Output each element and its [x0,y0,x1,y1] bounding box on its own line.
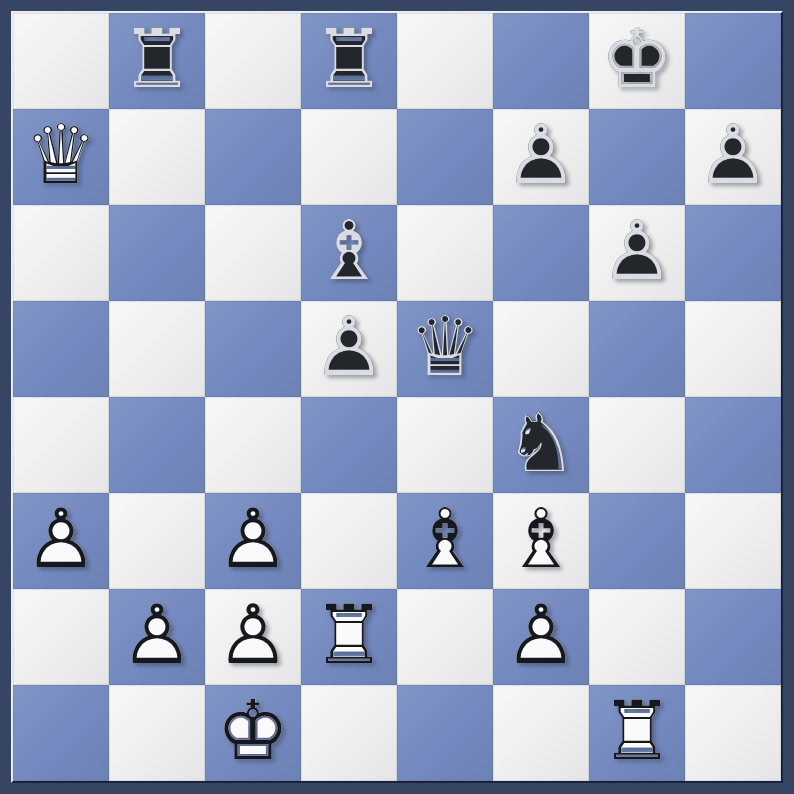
square-e4[interactable] [397,397,493,493]
rook-outline-icon: ♖ [301,587,397,683]
white-pawn-a3[interactable]: ♟♙ [13,493,109,589]
chess-board: ♜♖♜♖♚♔♛♕♟♙♟♙♝♗♟♙♟♙♛♕♞♘♟♙♟♙♝♗♝♗♟♙♟♙♜♖♟♙♚♔… [11,11,783,783]
square-b7[interactable] [109,109,205,205]
pawn-outline-icon: ♙ [685,107,781,203]
square-c6[interactable] [205,205,301,301]
square-g1[interactable]: ♜♖ [589,685,685,781]
square-b8[interactable]: ♜♖ [109,13,205,109]
square-d8[interactable]: ♜♖ [301,13,397,109]
square-c5[interactable] [205,301,301,397]
square-d1[interactable] [301,685,397,781]
square-c7[interactable] [205,109,301,205]
rook-outline-icon: ♖ [109,11,205,107]
black-queen-e5[interactable]: ♛♕ [397,301,493,397]
white-pawn-b2[interactable]: ♟♙ [109,589,205,685]
square-c2[interactable]: ♟♙ [205,589,301,685]
white-rook-g1[interactable]: ♜♖ [589,685,685,781]
bishop-outline-icon: ♗ [301,203,397,299]
square-f2[interactable]: ♟♙ [493,589,589,685]
pawn-outline-icon: ♙ [205,587,301,683]
black-pawn-f7[interactable]: ♟♙ [493,109,589,205]
square-h7[interactable]: ♟♙ [685,109,781,205]
square-c3[interactable]: ♟♙ [205,493,301,589]
square-c8[interactable] [205,13,301,109]
black-pawn-d5[interactable]: ♟♙ [301,301,397,397]
square-h5[interactable] [685,301,781,397]
square-d3[interactable] [301,493,397,589]
square-g2[interactable] [589,589,685,685]
pawn-outline-icon: ♙ [493,587,589,683]
black-rook-b8[interactable]: ♜♖ [109,13,205,109]
square-e3[interactable]: ♝♗ [397,493,493,589]
square-a1[interactable] [13,685,109,781]
square-h4[interactable] [685,397,781,493]
square-g5[interactable] [589,301,685,397]
square-g8[interactable]: ♚♔ [589,13,685,109]
square-a5[interactable] [13,301,109,397]
black-knight-f4[interactable]: ♞♘ [493,397,589,493]
queen-outline-icon: ♕ [397,299,493,395]
square-b5[interactable] [109,301,205,397]
bishop-outline-icon: ♗ [397,491,493,587]
square-f6[interactable] [493,205,589,301]
square-f7[interactable]: ♟♙ [493,109,589,205]
king-outline-icon: ♔ [589,11,685,107]
square-c4[interactable] [205,397,301,493]
square-e1[interactable] [397,685,493,781]
white-pawn-f2[interactable]: ♟♙ [493,589,589,685]
square-a3[interactable]: ♟♙ [13,493,109,589]
square-g4[interactable] [589,397,685,493]
square-f3[interactable]: ♝♗ [493,493,589,589]
square-e5[interactable]: ♛♕ [397,301,493,397]
square-d4[interactable] [301,397,397,493]
square-a4[interactable] [13,397,109,493]
pawn-outline-icon: ♙ [13,491,109,587]
king-outline-icon: ♔ [205,683,301,779]
white-pawn-c2[interactable]: ♟♙ [205,589,301,685]
square-f5[interactable] [493,301,589,397]
square-b1[interactable] [109,685,205,781]
square-g3[interactable] [589,493,685,589]
black-bishop-d6[interactable]: ♝♗ [301,205,397,301]
square-b4[interactable] [109,397,205,493]
square-h1[interactable] [685,685,781,781]
white-bishop-f3[interactable]: ♝♗ [493,493,589,589]
rook-outline-icon: ♖ [589,683,685,779]
bishop-outline-icon: ♗ [493,491,589,587]
square-h6[interactable] [685,205,781,301]
square-f8[interactable] [493,13,589,109]
white-king-c1[interactable]: ♚♔ [205,685,301,781]
square-h2[interactable] [685,589,781,685]
square-d2[interactable]: ♜♖ [301,589,397,685]
black-king-g8[interactable]: ♚♔ [589,13,685,109]
square-b3[interactable] [109,493,205,589]
board-frame: ♜♖♜♖♚♔♛♕♟♙♟♙♝♗♟♙♟♙♛♕♞♘♟♙♟♙♝♗♝♗♟♙♟♙♜♖♟♙♚♔… [0,0,794,794]
white-bishop-e3[interactable]: ♝♗ [397,493,493,589]
square-b6[interactable] [109,205,205,301]
square-d7[interactable] [301,109,397,205]
rook-outline-icon: ♖ [301,11,397,107]
knight-outline-icon: ♘ [493,395,589,491]
square-a2[interactable] [13,589,109,685]
square-e2[interactable] [397,589,493,685]
square-e6[interactable] [397,205,493,301]
square-c1[interactable]: ♚♔ [205,685,301,781]
pawn-outline-icon: ♙ [589,203,685,299]
square-d6[interactable]: ♝♗ [301,205,397,301]
square-e7[interactable] [397,109,493,205]
white-pawn-c3[interactable]: ♟♙ [205,493,301,589]
square-d5[interactable]: ♟♙ [301,301,397,397]
pawn-outline-icon: ♙ [493,107,589,203]
square-f4[interactable]: ♞♘ [493,397,589,493]
square-a8[interactable] [13,13,109,109]
square-a6[interactable] [13,205,109,301]
pawn-outline-icon: ♙ [301,299,397,395]
black-rook-d8[interactable]: ♜♖ [301,13,397,109]
square-h3[interactable] [685,493,781,589]
black-pawn-g6[interactable]: ♟♙ [589,205,685,301]
square-f1[interactable] [493,685,589,781]
white-queen-a7[interactable]: ♛♕ [13,109,109,205]
black-pawn-h7[interactable]: ♟♙ [685,109,781,205]
square-g6[interactable]: ♟♙ [589,205,685,301]
square-h8[interactable] [685,13,781,109]
white-rook-d2[interactable]: ♜♖ [301,589,397,685]
square-e8[interactable] [397,13,493,109]
square-a7[interactable]: ♛♕ [13,109,109,205]
queen-outline-icon: ♕ [13,107,109,203]
square-b2[interactable]: ♟♙ [109,589,205,685]
pawn-outline-icon: ♙ [109,587,205,683]
pawn-outline-icon: ♙ [205,491,301,587]
square-g7[interactable] [589,109,685,205]
